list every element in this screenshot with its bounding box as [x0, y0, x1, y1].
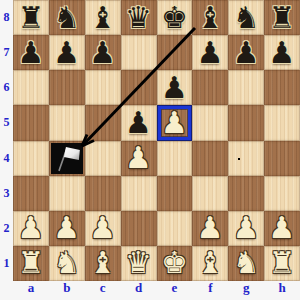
- square-c6[interactable]: [85, 70, 121, 105]
- square-a2[interactable]: ♟: [13, 211, 49, 246]
- piece-white-pawn[interactable]: ♟: [197, 213, 224, 243]
- piece-black-pawn[interactable]: ♟: [17, 38, 44, 68]
- rank-label-6: 6: [0, 70, 13, 105]
- dot-marker: [238, 158, 240, 160]
- square-e7[interactable]: [157, 35, 193, 70]
- square-c3[interactable]: [85, 176, 121, 211]
- file-label-h: h: [264, 281, 300, 300]
- square-f6[interactable]: [192, 70, 228, 105]
- piece-white-pawn[interactable]: ♟: [89, 213, 116, 243]
- square-c2[interactable]: ♟: [85, 211, 121, 246]
- square-b1[interactable]: ♞: [49, 246, 85, 281]
- piece-black-king[interactable]: ♚: [161, 3, 188, 33]
- piece-black-pawn[interactable]: ♟: [53, 38, 80, 68]
- square-a5[interactable]: [13, 105, 49, 140]
- square-g7[interactable]: ♟: [228, 35, 264, 70]
- square-g4[interactable]: [228, 141, 264, 176]
- file-label-c: c: [85, 281, 121, 300]
- square-e5[interactable]: ♟: [157, 105, 193, 140]
- square-g5[interactable]: [228, 105, 264, 140]
- square-d2[interactable]: [121, 211, 157, 246]
- square-d8[interactable]: ♛: [121, 0, 157, 35]
- piece-white-knight[interactable]: ♞: [233, 248, 260, 278]
- square-h8[interactable]: ♜: [264, 0, 300, 35]
- piece-black-queen[interactable]: ♛: [125, 3, 152, 33]
- piece-white-queen[interactable]: ♛: [125, 248, 152, 278]
- square-g8[interactable]: ♞: [228, 0, 264, 35]
- square-d6[interactable]: [121, 70, 157, 105]
- square-h2[interactable]: ♟: [264, 211, 300, 246]
- square-b3[interactable]: [49, 176, 85, 211]
- square-a4[interactable]: [13, 141, 49, 176]
- square-c5[interactable]: [85, 105, 121, 140]
- piece-black-rook[interactable]: ♜: [17, 3, 44, 33]
- square-h1[interactable]: ♜: [264, 246, 300, 281]
- square-f7[interactable]: ♟: [192, 35, 228, 70]
- piece-white-bishop[interactable]: ♝: [89, 248, 116, 278]
- square-a1[interactable]: ♜: [13, 246, 49, 281]
- piece-black-pawn[interactable]: ♟: [197, 38, 224, 68]
- file-label-g: g: [228, 281, 264, 300]
- piece-black-bishop[interactable]: ♝: [197, 3, 224, 33]
- chess-board: ♜♞♝♛♚♝♞♜♟♟♟♟♟♟♟♟♟♟♟♟♟♟♟♟♜♞♝♛♚♝♞♜: [13, 0, 300, 281]
- square-f3[interactable]: [192, 176, 228, 211]
- square-f2[interactable]: ♟: [192, 211, 228, 246]
- rank-label-2: 2: [0, 211, 13, 246]
- piece-black-knight[interactable]: ♞: [233, 3, 260, 33]
- square-e2[interactable]: [157, 211, 193, 246]
- square-a8[interactable]: ♜: [13, 0, 49, 35]
- square-e8[interactable]: ♚: [157, 0, 193, 35]
- piece-black-pawn[interactable]: ♟: [269, 38, 296, 68]
- piece-black-pawn[interactable]: ♟: [125, 108, 152, 138]
- file-label-b: b: [49, 281, 85, 300]
- rank-label-8: 8: [0, 0, 13, 35]
- square-h7[interactable]: ♟: [264, 35, 300, 70]
- square-f8[interactable]: ♝: [192, 0, 228, 35]
- piece-white-pawn[interactable]: ♟: [53, 213, 80, 243]
- square-g3[interactable]: [228, 176, 264, 211]
- square-c7[interactable]: ♟: [85, 35, 121, 70]
- piece-white-king[interactable]: ♚: [161, 248, 188, 278]
- square-h6[interactable]: [264, 70, 300, 105]
- piece-black-pawn[interactable]: ♟: [233, 38, 260, 68]
- square-g6[interactable]: [228, 70, 264, 105]
- file-labels: abcdefgh: [13, 281, 300, 300]
- rank-label-3: 3: [0, 176, 13, 211]
- piece-white-bishop[interactable]: ♝: [197, 248, 224, 278]
- square-b5[interactable]: [49, 105, 85, 140]
- square-e1[interactable]: ♚: [157, 246, 193, 281]
- flag-icon: [51, 143, 83, 174]
- piece-black-knight[interactable]: ♞: [53, 3, 80, 33]
- rank-label-5: 5: [0, 105, 13, 140]
- square-c1[interactable]: ♝: [85, 246, 121, 281]
- piece-white-knight[interactable]: ♞: [53, 248, 80, 278]
- square-f5[interactable]: [192, 105, 228, 140]
- piece-black-bishop[interactable]: ♝: [89, 3, 116, 33]
- piece-white-pawn[interactable]: ♟: [125, 143, 152, 173]
- file-label-e: e: [157, 281, 193, 300]
- square-d7[interactable]: [121, 35, 157, 70]
- square-a6[interactable]: [13, 70, 49, 105]
- square-b2[interactable]: ♟: [49, 211, 85, 246]
- piece-white-rook[interactable]: ♜: [17, 248, 44, 278]
- square-b8[interactable]: ♞: [49, 0, 85, 35]
- square-h4[interactable]: [264, 141, 300, 176]
- square-g2[interactable]: ♟: [228, 211, 264, 246]
- file-label-d: d: [121, 281, 157, 300]
- square-e4[interactable]: [157, 141, 193, 176]
- square-d5[interactable]: ♟: [121, 105, 157, 140]
- file-label-f: f: [192, 281, 228, 300]
- piece-white-pawn[interactable]: ♟: [269, 213, 296, 243]
- chess-board-app: 87654321 ♜♞♝♛♚♝♞♜♟♟♟♟♟♟♟♟♟♟♟♟♟♟♟♟♜♞♝♛♚♝♞…: [0, 0, 300, 300]
- square-c4[interactable]: [85, 141, 121, 176]
- rank-label-7: 7: [0, 35, 13, 70]
- square-d4[interactable]: ♟: [121, 141, 157, 176]
- square-g1[interactable]: ♞: [228, 246, 264, 281]
- piece-white-pawn[interactable]: ♟: [233, 213, 260, 243]
- square-h5[interactable]: [264, 105, 300, 140]
- piece-black-pawn[interactable]: ♟: [89, 38, 116, 68]
- rank-label-4: 4: [0, 141, 13, 176]
- square-d3[interactable]: [121, 176, 157, 211]
- square-d1[interactable]: ♛: [121, 246, 157, 281]
- file-label-a: a: [13, 281, 49, 300]
- piece-white-pawn[interactable]: ♟: [17, 213, 44, 243]
- square-e6[interactable]: ♟: [157, 70, 193, 105]
- square-f4[interactable]: [192, 141, 228, 176]
- square-e3[interactable]: [157, 176, 193, 211]
- square-f1[interactable]: ♝: [192, 246, 228, 281]
- rank-label-1: 1: [0, 246, 13, 281]
- square-b4[interactable]: [49, 141, 85, 176]
- square-b6[interactable]: [49, 70, 85, 105]
- square-h3[interactable]: [264, 176, 300, 211]
- piece-white-pawn[interactable]: ♟: [161, 108, 188, 138]
- square-a7[interactable]: ♟: [13, 35, 49, 70]
- piece-white-rook[interactable]: ♜: [269, 248, 296, 278]
- piece-black-pawn[interactable]: ♟: [161, 73, 188, 103]
- square-b7[interactable]: ♟: [49, 35, 85, 70]
- square-c8[interactable]: ♝: [85, 0, 121, 35]
- square-a3[interactable]: [13, 176, 49, 211]
- rank-labels: 87654321: [0, 0, 13, 281]
- piece-black-rook[interactable]: ♜: [269, 3, 296, 33]
